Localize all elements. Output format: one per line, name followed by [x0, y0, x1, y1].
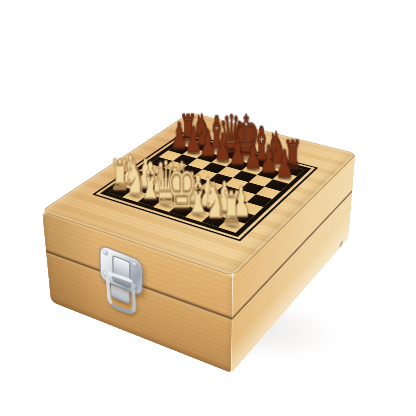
- clasp-screw: [132, 261, 137, 268]
- piece-black-pawn: ♟: [275, 144, 294, 182]
- rubber-foot: [339, 240, 342, 248]
- clasp-screw: [103, 249, 108, 256]
- product-photo: ♜♞♝♛♚♝♞♜♟♟♟♟♟♟♟♟♟♟♟♟♟♟♟♟♜♞♝♛♚♝♞♜: [0, 0, 416, 416]
- metal-clasp: [97, 243, 143, 330]
- square-h1: ♜: [218, 219, 245, 233]
- chess-board: ♜♞♝♛♚♝♞♜♟♟♟♟♟♟♟♟♟♟♟♟♟♟♟♟♜♞♝♛♚♝♞♜: [100, 135, 311, 237]
- board-frame: ♜♞♝♛♚♝♞♜♟♟♟♟♟♟♟♟♟♟♟♟♟♟♟♟♜♞♝♛♚♝♞♜: [92, 132, 318, 241]
- piece-white-rook: ♜: [220, 186, 242, 230]
